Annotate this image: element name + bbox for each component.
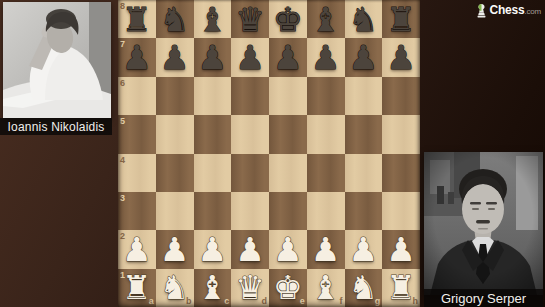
square-f1: f♝ (307, 269, 345, 307)
white-bishop: ♝ (198, 271, 228, 304)
square-f4 (307, 154, 345, 192)
white-pawn: ♟ (273, 233, 303, 266)
square-a5: 5 (118, 115, 156, 153)
white-knight: ♞ (349, 271, 379, 304)
square-g3 (345, 192, 383, 230)
square-a4: 4 (118, 154, 156, 192)
square-e3 (269, 192, 307, 230)
square-h2: ♟ (382, 230, 420, 268)
video-frame: Ioannis Nikolaidis 8♜♞♝♛♚♝♞♜7♟♟♟♟♟♟♟♟654… (0, 0, 545, 307)
square-e8: ♚ (269, 0, 307, 38)
rank-label-2: 2 (120, 232, 125, 241)
rank-label-6: 6 (120, 79, 125, 88)
black-king: ♚ (273, 3, 303, 36)
white-knight: ♞ (160, 271, 190, 304)
player-name-bottom: Grigory Serper (424, 289, 543, 307)
square-c3 (194, 192, 232, 230)
black-knight: ♞ (349, 3, 379, 36)
black-rook: ♜ (386, 3, 416, 36)
square-g7: ♟ (345, 38, 383, 76)
square-c2: ♟ (194, 230, 232, 268)
square-e7: ♟ (269, 38, 307, 76)
square-d4 (231, 154, 269, 192)
square-f6 (307, 77, 345, 115)
square-c4 (194, 154, 232, 192)
player-photo-bottom (424, 152, 543, 295)
square-e1: e♚ (269, 269, 307, 307)
white-queen: ♛ (235, 271, 265, 304)
square-e6 (269, 77, 307, 115)
square-b3 (156, 192, 194, 230)
square-f5 (307, 115, 345, 153)
white-pawn: ♟ (349, 233, 379, 266)
square-c6 (194, 77, 232, 115)
square-d6 (231, 77, 269, 115)
square-h4 (382, 154, 420, 192)
top-player-panel: Ioannis Nikolaidis (0, 0, 118, 307)
square-g8: ♞ (345, 0, 383, 38)
square-h5 (382, 115, 420, 153)
white-pawn: ♟ (386, 233, 416, 266)
square-h7: ♟ (382, 38, 420, 76)
black-queen: ♛ (235, 3, 265, 36)
square-f3 (307, 192, 345, 230)
square-b7: ♟ (156, 38, 194, 76)
white-pawn: ♟ (311, 233, 341, 266)
square-c5 (194, 115, 232, 153)
square-d5 (231, 115, 269, 153)
file-label-f: f (340, 297, 343, 306)
square-h6 (382, 77, 420, 115)
square-d8: ♛ (231, 0, 269, 38)
black-pawn: ♟ (160, 41, 190, 74)
rank-label-7: 7 (120, 40, 125, 49)
square-d1: d♛ (231, 269, 269, 307)
player-name-top-label: Ioannis Nikolaidis (8, 120, 105, 134)
square-b4 (156, 154, 194, 192)
square-c1: c♝ (194, 269, 232, 307)
black-pawn: ♟ (273, 41, 303, 74)
square-g5 (345, 115, 383, 153)
square-f2: ♟ (307, 230, 345, 268)
rank-label-1: 1 (120, 271, 125, 280)
square-a1: 1a♜ (118, 269, 156, 307)
player-photo-top (3, 2, 111, 118)
black-pawn: ♟ (198, 41, 228, 74)
white-pawn: ♟ (160, 233, 190, 266)
square-c7: ♟ (194, 38, 232, 76)
black-pawn: ♟ (311, 41, 341, 74)
black-bishop: ♝ (311, 3, 341, 36)
black-pawn: ♟ (349, 41, 379, 74)
square-h3 (382, 192, 420, 230)
square-e2: ♟ (269, 230, 307, 268)
square-f7: ♟ (307, 38, 345, 76)
white-pawn: ♟ (235, 233, 265, 266)
square-a6: 6 (118, 77, 156, 115)
photo-illustration (3, 2, 111, 118)
black-pawn: ♟ (235, 41, 265, 74)
white-rook: ♜ (122, 271, 152, 304)
file-label-g: g (375, 297, 381, 306)
file-label-c: c (224, 297, 229, 306)
square-b2: ♟ (156, 230, 194, 268)
logo-brand-text: Chess (489, 3, 524, 17)
white-bishop: ♝ (311, 271, 341, 304)
square-g1: g♞ (345, 269, 383, 307)
pawn-icon (476, 3, 487, 22)
square-b1: b♞ (156, 269, 194, 307)
square-a2: 2♟ (118, 230, 156, 268)
white-king: ♚ (273, 271, 303, 304)
rank-label-3: 3 (120, 194, 125, 203)
white-rook: ♜ (386, 271, 416, 304)
black-bishop: ♝ (198, 3, 228, 36)
square-c8: ♝ (194, 0, 232, 38)
square-h8: ♜ (382, 0, 420, 38)
rank-label-8: 8 (120, 2, 125, 11)
square-e4 (269, 154, 307, 192)
square-g6 (345, 77, 383, 115)
file-label-a: a (149, 297, 154, 306)
rank-label-5: 5 (120, 117, 125, 126)
square-g4 (345, 154, 383, 192)
square-a3: 3 (118, 192, 156, 230)
player-name-bottom-label: Grigory Serper (441, 291, 526, 306)
photo-illustration (424, 152, 543, 295)
player-name-top: Ioannis Nikolaidis (0, 118, 112, 135)
file-label-h: h (413, 297, 419, 306)
square-g2: ♟ (345, 230, 383, 268)
square-f8: ♝ (307, 0, 345, 38)
square-b5 (156, 115, 194, 153)
file-label-e: e (300, 297, 305, 306)
black-pawn: ♟ (386, 41, 416, 74)
rank-label-4: 4 (120, 156, 125, 165)
white-pawn: ♟ (122, 233, 152, 266)
file-label-b: b (186, 297, 192, 306)
square-d7: ♟ (231, 38, 269, 76)
square-a8: 8♜ (118, 0, 156, 38)
square-a7: 7♟ (118, 38, 156, 76)
square-h1: h♜ (382, 269, 420, 307)
logo-suffix-text: .com (524, 7, 541, 16)
black-rook: ♜ (122, 3, 152, 36)
bottom-player-panel: Chess .com (420, 0, 545, 307)
square-e5 (269, 115, 307, 153)
square-b6 (156, 77, 194, 115)
black-pawn: ♟ (122, 41, 152, 74)
square-d2: ♟ (231, 230, 269, 268)
chess-board: 8♜♞♝♛♚♝♞♜7♟♟♟♟♟♟♟♟65432♟♟♟♟♟♟♟♟1a♜b♞c♝d♛… (118, 0, 420, 307)
black-knight: ♞ (160, 3, 190, 36)
chesscom-logo: Chess .com (476, 3, 541, 22)
file-label-d: d (262, 297, 268, 306)
white-pawn: ♟ (198, 233, 228, 266)
square-b8: ♞ (156, 0, 194, 38)
square-d3 (231, 192, 269, 230)
